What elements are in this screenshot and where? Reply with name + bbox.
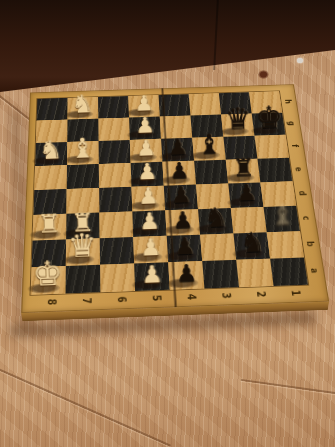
black-pawn-b4: ♟	[167, 234, 202, 259]
square-a8: ♚	[31, 266, 66, 295]
black-pawn-c4: ♟	[166, 209, 200, 233]
square-c5: ♟	[132, 210, 166, 237]
white-knight-f8: ♞	[34, 136, 67, 163]
square-d2: ♟	[228, 182, 263, 208]
white-bishop-f7: ♝	[66, 134, 99, 162]
square-b6	[100, 237, 134, 265]
white-king-a8: ♚	[30, 256, 66, 291]
black-knight-b2: ♞	[235, 228, 270, 257]
square-a1	[270, 257, 308, 286]
white-pawn-f5: ♟	[130, 137, 162, 160]
white-pawn-a5: ♟	[134, 262, 169, 287]
white-pawn-g5: ♟	[129, 115, 161, 137]
square-g2: ♛	[221, 114, 254, 137]
file-label-f: f	[279, 140, 312, 151]
square-a4: ♟	[168, 261, 204, 290]
black-pawn-d4: ♟	[164, 184, 198, 208]
white-rook-c8: ♜	[32, 211, 66, 237]
square-c8: ♜	[33, 214, 67, 241]
square-b2: ♞	[233, 232, 270, 260]
square-e7	[67, 164, 99, 189]
black-pawn-d2: ♟	[230, 181, 263, 205]
black-queen-g2: ♛	[222, 104, 254, 134]
black-rook-e2: ♜	[227, 155, 260, 180]
square-b7: ♛	[66, 238, 100, 266]
white-knight-h7: ♞	[67, 91, 99, 117]
square-f6	[99, 140, 131, 164]
square-c1: ♝	[264, 206, 300, 233]
square-a2	[236, 259, 273, 288]
square-a7	[66, 265, 101, 294]
square-b4: ♟	[167, 235, 203, 263]
board-frame: ♞♟♟♛♚♞♝♟♟♝♟♟♜♟♟♟♜♜♟♟♞♝♛♟♟♞♚♟♟ 87654321 a…	[21, 84, 329, 313]
square-d6	[99, 187, 132, 213]
photo-scene: ♞♟♟♛♚♞♝♟♟♝♟♟♜♟♟♟♜♜♟♟♞♝♛♟♟♞♚♟♟ 87654321 a…	[0, 0, 335, 447]
square-c4: ♟	[165, 209, 200, 236]
square-b1	[267, 231, 304, 259]
square-e6	[99, 163, 132, 188]
floor-speck	[297, 58, 303, 63]
white-bishop-c1-ghost: ♝	[265, 200, 299, 229]
file-label-g: g	[275, 118, 307, 129]
square-a3	[202, 260, 239, 289]
white-pawn-d5: ♟	[131, 185, 165, 209]
square-f3: ♝	[192, 137, 226, 161]
floor-knot	[258, 70, 269, 79]
square-h8	[37, 98, 68, 121]
white-pawn-h5: ♟	[128, 93, 159, 115]
chess-board: ♞♟♟♛♚♞♝♟♟♝♟♟♜♟♟♟♜♜♟♟♞♝♛♟♟♞♚♟♟ 87654321 a…	[21, 84, 329, 313]
white-pawn-c5: ♟	[132, 210, 166, 234]
square-h3	[189, 93, 221, 115]
square-g6	[98, 118, 130, 141]
file-label-h: h	[272, 96, 304, 106]
black-pawn-e4: ♟	[163, 159, 196, 182]
square-e3	[194, 160, 228, 185]
square-b3	[200, 233, 236, 261]
black-knight-c3: ♞	[199, 203, 233, 231]
square-e8	[34, 165, 67, 190]
square-h6	[98, 96, 129, 119]
square-f8: ♞	[35, 142, 67, 166]
white-pawn-b5: ♟	[133, 236, 168, 261]
black-bishop-f3: ♝	[193, 130, 225, 158]
black-pawn-f4: ♟	[161, 136, 193, 159]
white-queen-b7: ♛	[65, 229, 100, 262]
square-a6	[100, 264, 135, 293]
white-pawn-e5: ♟	[131, 161, 164, 184]
square-c3: ♞	[198, 208, 233, 235]
square-b5: ♟	[133, 236, 168, 264]
black-pawn-a4: ♟	[169, 261, 204, 286]
square-a5: ♟	[134, 262, 170, 291]
square-c6	[99, 211, 133, 238]
square-f7: ♝	[67, 141, 99, 165]
board-grid: ♞♟♟♛♚♞♝♟♟♝♟♟♜♟♟♟♜♜♟♟♞♝♛♟♟♞♚♟♟	[31, 91, 308, 295]
square-h7: ♞	[67, 97, 98, 120]
